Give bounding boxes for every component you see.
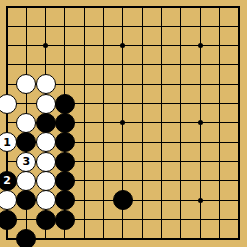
star-point (198, 43, 203, 48)
white-stone (0, 94, 17, 114)
white-stone (36, 152, 56, 172)
move-3-stone: 3 (16, 152, 36, 172)
star-point (198, 198, 203, 203)
go-diagram: 132 (0, 0, 247, 247)
grid-line-vertical (161, 7, 162, 239)
black-stone (16, 229, 36, 247)
white-stone (36, 74, 56, 94)
white-stone (36, 190, 56, 210)
white-stone (36, 94, 56, 114)
white-stone (36, 132, 56, 152)
move-number-label: 1 (3, 137, 11, 148)
black-stone (0, 210, 17, 230)
white-stone (36, 171, 56, 191)
black-stone (55, 94, 75, 114)
black-stone (55, 113, 75, 133)
black-stone (55, 152, 75, 172)
black-stone (55, 171, 75, 191)
move-number-label: 2 (3, 175, 11, 186)
black-stone (36, 210, 56, 230)
black-stone (36, 113, 56, 133)
grid-line-vertical (180, 7, 181, 239)
move-number-label: 3 (23, 156, 31, 167)
black-stone (55, 210, 75, 230)
go-board: 132 (0, 0, 247, 247)
grid-line-vertical (219, 7, 220, 239)
grid-line-vertical (142, 7, 143, 239)
